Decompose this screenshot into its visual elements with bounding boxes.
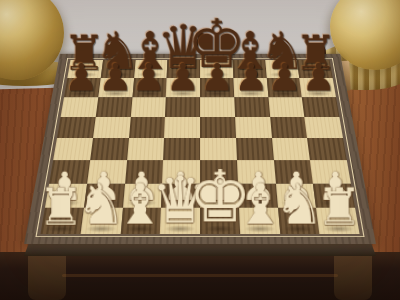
square-a5[interactable] — [57, 117, 95, 138]
square-c6[interactable] — [130, 97, 166, 117]
square-d5[interactable] — [164, 117, 200, 138]
square-b6[interactable] — [95, 97, 132, 117]
board-perspective-wrapper: ♜♞♝♛♚♝♞♜♟♟♟♟♟♟♟♟♟♟♟♟♟♟♟♟♜♞♝♛♚♝♞♜ — [0, 0, 400, 300]
piece-black-pawn[interactable]: ♟ — [200, 58, 234, 96]
chess-set-photo: ♜♞♝♛♚♝♞♜♟♟♟♟♟♟♟♟♟♟♟♟♟♟♟♟♜♞♝♛♚♝♞♜ — [0, 0, 400, 300]
square-g6[interactable] — [268, 97, 305, 117]
square-g1[interactable]: ♞ — [278, 208, 320, 234]
square-c7[interactable]: ♟ — [132, 78, 167, 97]
piece-black-pawn[interactable]: ♟ — [132, 58, 166, 96]
piece-black-pawn[interactable]: ♟ — [302, 58, 336, 96]
square-h5[interactable] — [305, 117, 343, 138]
square-b5[interactable] — [93, 117, 131, 138]
square-f6[interactable] — [234, 97, 270, 117]
square-f5[interactable] — [235, 117, 272, 138]
square-h1[interactable]: ♜ — [316, 208, 359, 234]
square-f7[interactable]: ♟ — [233, 78, 268, 97]
piece-black-pawn[interactable]: ♟ — [268, 58, 302, 96]
square-a4[interactable] — [53, 138, 93, 160]
square-d7[interactable]: ♟ — [166, 78, 200, 97]
square-g7[interactable]: ♟ — [266, 78, 302, 97]
square-b4[interactable] — [90, 138, 129, 160]
piece-black-pawn[interactable]: ♟ — [98, 58, 132, 96]
square-a6[interactable] — [61, 97, 98, 117]
piece-white-rook[interactable]: ♜ — [316, 181, 362, 232]
square-e5[interactable] — [200, 117, 236, 138]
square-c5[interactable] — [129, 117, 166, 138]
chess-board: ♜♞♝♛♚♝♞♜♟♟♟♟♟♟♟♟♟♟♟♟♟♟♟♟♜♞♝♛♚♝♞♜ — [24, 54, 376, 244]
board-grid: ♜♞♝♛♚♝♞♜♟♟♟♟♟♟♟♟♟♟♟♟♟♟♟♟♜♞♝♛♚♝♞♜ — [40, 60, 359, 234]
square-c4[interactable] — [127, 138, 165, 160]
board-frame-inlay: ♜♞♝♛♚♝♞♜♟♟♟♟♟♟♟♟♟♟♟♟♟♟♟♟♜♞♝♛♚♝♞♜ — [35, 58, 364, 237]
square-g4[interactable] — [272, 138, 311, 160]
square-a7[interactable]: ♟ — [64, 78, 100, 97]
square-e7[interactable]: ♟ — [200, 78, 234, 97]
square-g5[interactable] — [270, 117, 308, 138]
piece-black-pawn[interactable]: ♟ — [234, 58, 268, 96]
piece-black-pawn[interactable]: ♟ — [166, 58, 200, 96]
square-h6[interactable] — [302, 97, 339, 117]
square-e6[interactable] — [200, 97, 235, 117]
piece-black-pawn[interactable]: ♟ — [64, 58, 98, 96]
square-b7[interactable]: ♟ — [98, 78, 134, 97]
square-h7[interactable]: ♟ — [300, 78, 336, 97]
square-d6[interactable] — [165, 97, 200, 117]
square-h4[interactable] — [307, 138, 347, 160]
square-e1[interactable]: ♚ — [200, 208, 240, 234]
